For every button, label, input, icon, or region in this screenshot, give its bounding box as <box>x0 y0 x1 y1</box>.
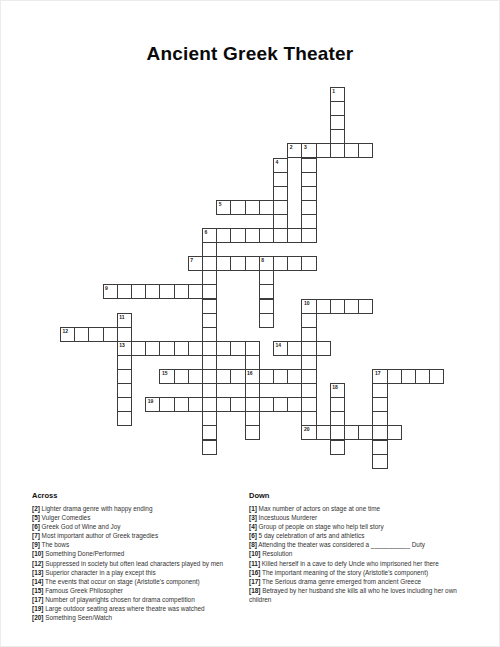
grid-cell[interactable] <box>117 284 132 299</box>
grid-cell[interactable] <box>273 214 288 229</box>
clue-number: 5 <box>217 201 230 207</box>
grid-cell[interactable] <box>202 256 217 271</box>
grid-cell[interactable] <box>287 369 302 384</box>
grid-cell[interactable] <box>245 228 260 243</box>
grid-cell[interactable]: 14 <box>273 341 288 356</box>
grid-cell[interactable] <box>202 299 217 314</box>
clue-number: 10 <box>302 300 315 306</box>
grid-cell[interactable] <box>259 397 274 412</box>
down-clue-item: [8] Attending the theater was considered… <box>249 540 477 549</box>
clue-number: 9 <box>104 285 117 291</box>
grid-cell[interactable]: 7 <box>188 256 203 271</box>
clue-number: 18 <box>331 384 344 390</box>
grid-cell[interactable] <box>230 369 245 384</box>
grid-cell[interactable] <box>344 143 359 158</box>
across-clue-item: [2] Lighter drama genre with happy endin… <box>32 504 243 513</box>
across-clue-item: [13] Superior character in a play except… <box>32 568 243 577</box>
down-clues-list: Down [1] Max number of actors on stage a… <box>249 491 477 604</box>
grid-cell[interactable] <box>202 313 217 328</box>
grid-cell[interactable] <box>387 425 402 440</box>
grid-cell[interactable] <box>429 369 444 384</box>
across-clue-item: [17] Number of playwrights chosen for dr… <box>32 595 243 604</box>
grid-cell[interactable] <box>301 341 316 356</box>
grid-cell[interactable] <box>316 299 331 314</box>
grid-cell[interactable] <box>330 143 345 158</box>
grid-cell[interactable]: 19 <box>145 397 160 412</box>
grid-cell[interactable] <box>216 397 231 412</box>
grid-cell[interactable] <box>387 369 402 384</box>
grid-cell[interactable] <box>174 369 189 384</box>
grid-cell[interactable] <box>117 383 132 398</box>
grid-cell[interactable] <box>88 327 103 342</box>
grid-cell[interactable] <box>287 341 302 356</box>
grid-cell[interactable] <box>287 397 302 412</box>
clue-number: 8 <box>260 257 273 263</box>
grid-cell[interactable] <box>259 369 274 384</box>
grid-cell[interactable] <box>188 369 203 384</box>
grid-cell[interactable] <box>301 383 316 398</box>
grid-cell[interactable] <box>174 397 189 412</box>
clue-number: 3 <box>302 144 315 150</box>
grid-cell[interactable]: 3 <box>301 143 316 158</box>
grid-cell[interactable] <box>316 143 331 158</box>
across-clues-list: Across [2] Lighter drama genre with happ… <box>32 491 243 622</box>
crossword-page: Ancient Greek Theater 123456789101112131… <box>0 0 500 647</box>
grid-cell[interactable]: 9 <box>103 284 118 299</box>
across-header: Across <box>32 491 243 500</box>
grid-cell[interactable] <box>74 327 89 342</box>
grid-cell[interactable] <box>159 341 174 356</box>
grid-cell[interactable] <box>145 341 160 356</box>
grid-cell[interactable]: 12 <box>60 327 75 342</box>
down-clue-item: [17] The Serious drama genre emerged fro… <box>249 577 477 586</box>
grid-cell[interactable] <box>358 425 373 440</box>
across-clue-item: [12] Suppressed in society but often lea… <box>32 559 243 568</box>
across-clue-item: [5] Vulger Comedies <box>32 513 243 522</box>
grid-cell[interactable]: 18 <box>330 383 345 398</box>
grid-cell[interactable] <box>230 397 245 412</box>
grid-cell[interactable]: 2 <box>287 143 302 158</box>
grid-cell[interactable] <box>330 101 345 116</box>
clue-number: 16 <box>246 370 259 376</box>
grid-cell[interactable] <box>273 172 288 187</box>
clue-number: 13 <box>118 342 131 348</box>
grid-cell[interactable] <box>230 341 245 356</box>
grid-cell[interactable] <box>273 200 288 215</box>
grid-cell[interactable] <box>301 228 316 243</box>
grid-cell[interactable] <box>202 242 217 257</box>
grid-cell[interactable] <box>372 425 387 440</box>
clue-number: 20 <box>302 426 315 432</box>
grid-cell[interactable] <box>372 440 387 455</box>
grid-cell[interactable] <box>188 397 203 412</box>
across-clue-item: [20] Something Seen/Watch <box>32 613 243 622</box>
grid-cell[interactable] <box>245 341 260 356</box>
grid-cell[interactable] <box>188 284 203 299</box>
clue-number: 14 <box>274 342 287 348</box>
down-clue-item: [1] Max number of actors on stage at one… <box>249 504 477 513</box>
grid-cell[interactable] <box>358 299 373 314</box>
across-clue-item: [19] Large outdoor seating areas where t… <box>32 604 243 613</box>
crossword-grid: 1234567891011121314151617181920 <box>0 0 500 500</box>
grid-cell[interactable] <box>145 284 160 299</box>
grid-cell[interactable] <box>202 411 217 426</box>
grid-cell[interactable] <box>259 313 274 328</box>
grid-cell[interactable] <box>372 411 387 426</box>
grid-cell[interactable] <box>259 270 274 285</box>
grid-cell[interactable]: 1 <box>330 87 345 102</box>
grid-cell[interactable] <box>301 158 316 173</box>
grid-cell[interactable] <box>202 270 217 285</box>
grid-cell[interactable] <box>301 355 316 370</box>
grid-cell[interactable] <box>259 200 274 215</box>
grid-cell[interactable] <box>202 284 217 299</box>
grid-cell[interactable] <box>202 425 217 440</box>
down-clue-item: [6] 5 day celebration of arts and athlet… <box>249 531 477 540</box>
grid-cell[interactable] <box>245 200 260 215</box>
down-clue-item: [11] Killed herself in a cave to defy Un… <box>249 559 477 568</box>
grid-cell[interactable] <box>358 143 373 158</box>
grid-cell[interactable] <box>202 383 217 398</box>
across-clue-item: [6] Greek God of Wine and Joy <box>32 522 243 531</box>
grid-cell[interactable] <box>401 369 416 384</box>
grid-cell[interactable] <box>301 313 316 328</box>
down-clue-item: [18] Betrayed by her husband she kills a… <box>249 586 477 604</box>
grid-cell[interactable] <box>372 454 387 469</box>
clue-number: 2 <box>288 144 301 150</box>
grid-cell[interactable] <box>117 327 132 342</box>
grid-cell[interactable] <box>202 397 217 412</box>
down-clue-item: [3] Incestuous Murderer <box>249 513 477 522</box>
grid-cell[interactable] <box>202 369 217 384</box>
grid-cell[interactable]: 10 <box>301 299 316 314</box>
grid-cell[interactable]: 8 <box>259 256 274 271</box>
down-clue-item: [4] Group of people on stage who help te… <box>249 522 477 531</box>
clue-number: 6 <box>203 229 216 235</box>
grid-cell[interactable] <box>330 115 345 130</box>
grid-cell[interactable] <box>316 341 331 356</box>
grid-cell[interactable] <box>216 369 231 384</box>
grid-cell[interactable] <box>259 228 274 243</box>
grid-cell[interactable] <box>330 425 345 440</box>
clue-number: 11 <box>118 314 131 320</box>
clue-number: 15 <box>160 370 173 376</box>
grid-cell[interactable] <box>259 284 274 299</box>
grid-cell[interactable] <box>301 186 316 201</box>
across-clue-item: [10] Something Done/Performed <box>32 549 243 558</box>
grid-cell[interactable] <box>202 440 217 455</box>
grid-cell[interactable]: 15 <box>159 369 174 384</box>
grid-cell[interactable] <box>287 228 302 243</box>
across-clue-item: [9] The bows <box>32 540 243 549</box>
grid-cell[interactable] <box>372 383 387 398</box>
across-clue-item: [7] Most important author of Greek trage… <box>32 531 243 540</box>
grid-cell[interactable] <box>188 341 203 356</box>
grid-cell[interactable] <box>131 341 146 356</box>
grid-cell[interactable]: 17 <box>372 369 387 384</box>
grid-cell[interactable] <box>117 369 132 384</box>
grid-cell[interactable] <box>273 186 288 201</box>
grid-cell[interactable] <box>344 299 359 314</box>
grid-cell[interactable]: 11 <box>117 313 132 328</box>
grid-cell[interactable] <box>344 425 359 440</box>
down-clue-item: [16] The important meaning of the story … <box>249 568 477 577</box>
grid-cell[interactable] <box>273 369 288 384</box>
grid-cell[interactable] <box>117 397 132 412</box>
clue-number: 19 <box>146 398 159 404</box>
grid-cell[interactable] <box>202 355 217 370</box>
grid-cell[interactable] <box>202 327 217 342</box>
clue-number: 17 <box>373 370 386 376</box>
grid-cell[interactable] <box>301 214 316 229</box>
grid-cell[interactable] <box>202 341 217 356</box>
down-header: Down <box>249 491 477 500</box>
down-clue-item: [10] Resolution <box>249 549 477 558</box>
grid-cell[interactable] <box>330 299 345 314</box>
grid-cell[interactable]: 4 <box>273 158 288 173</box>
grid-cell[interactable] <box>301 256 316 271</box>
clue-number: 4 <box>274 159 287 165</box>
grid-cell[interactable] <box>330 440 345 455</box>
grid-cell[interactable] <box>301 411 316 426</box>
grid-cell[interactable] <box>230 228 245 243</box>
grid-cell[interactable] <box>245 383 260 398</box>
grid-cell[interactable] <box>230 256 245 271</box>
grid-cell[interactable] <box>245 355 260 370</box>
grid-cell[interactable] <box>245 397 260 412</box>
grid-cell[interactable] <box>415 369 430 384</box>
clue-number: 12 <box>61 328 74 334</box>
grid-cell[interactable]: 20 <box>301 425 316 440</box>
grid-cell[interactable] <box>117 355 132 370</box>
clue-number: 7 <box>189 257 202 263</box>
grid-cell[interactable] <box>273 228 288 243</box>
grid-cell[interactable] <box>159 397 174 412</box>
across-clue-item: [14] The events that occur on stage (Ari… <box>32 577 243 586</box>
grid-cell[interactable] <box>330 411 345 426</box>
grid-cell[interactable] <box>301 172 316 187</box>
grid-cell[interactable]: 6 <box>202 228 217 243</box>
grid-cell[interactable] <box>287 256 302 271</box>
grid-cell[interactable] <box>301 327 316 342</box>
grid-cell[interactable] <box>174 341 189 356</box>
grid-cell[interactable]: 5 <box>216 200 231 215</box>
grid-cell[interactable] <box>301 369 316 384</box>
grid-cell[interactable] <box>301 397 316 412</box>
grid-cell[interactable] <box>301 200 316 215</box>
grid-cell[interactable]: 16 <box>245 369 260 384</box>
across-clue-item: [15] Famous Greek Philosopher <box>32 586 243 595</box>
grid-cell[interactable] <box>245 411 260 426</box>
grid-cell[interactable]: 13 <box>117 341 132 356</box>
grid-cell[interactable] <box>316 425 331 440</box>
clue-number: 1 <box>331 88 344 94</box>
grid-cell[interactable] <box>131 284 146 299</box>
grid-cell[interactable] <box>273 397 288 412</box>
grid-cell[interactable] <box>103 327 118 342</box>
grid-cell[interactable] <box>216 341 231 356</box>
grid-cell[interactable] <box>216 256 231 271</box>
grid-cell[interactable] <box>372 397 387 412</box>
grid-cell[interactable] <box>273 256 288 271</box>
grid-cell[interactable] <box>330 397 345 412</box>
grid-cell[interactable] <box>330 129 345 144</box>
grid-cell[interactable] <box>259 299 274 314</box>
grid-cell[interactable] <box>174 284 189 299</box>
grid-cell[interactable] <box>245 425 260 440</box>
grid-cell[interactable] <box>117 411 132 426</box>
grid-cell[interactable] <box>159 284 174 299</box>
grid-cell[interactable] <box>245 256 260 271</box>
grid-cell[interactable] <box>216 228 231 243</box>
grid-cell[interactable] <box>230 200 245 215</box>
